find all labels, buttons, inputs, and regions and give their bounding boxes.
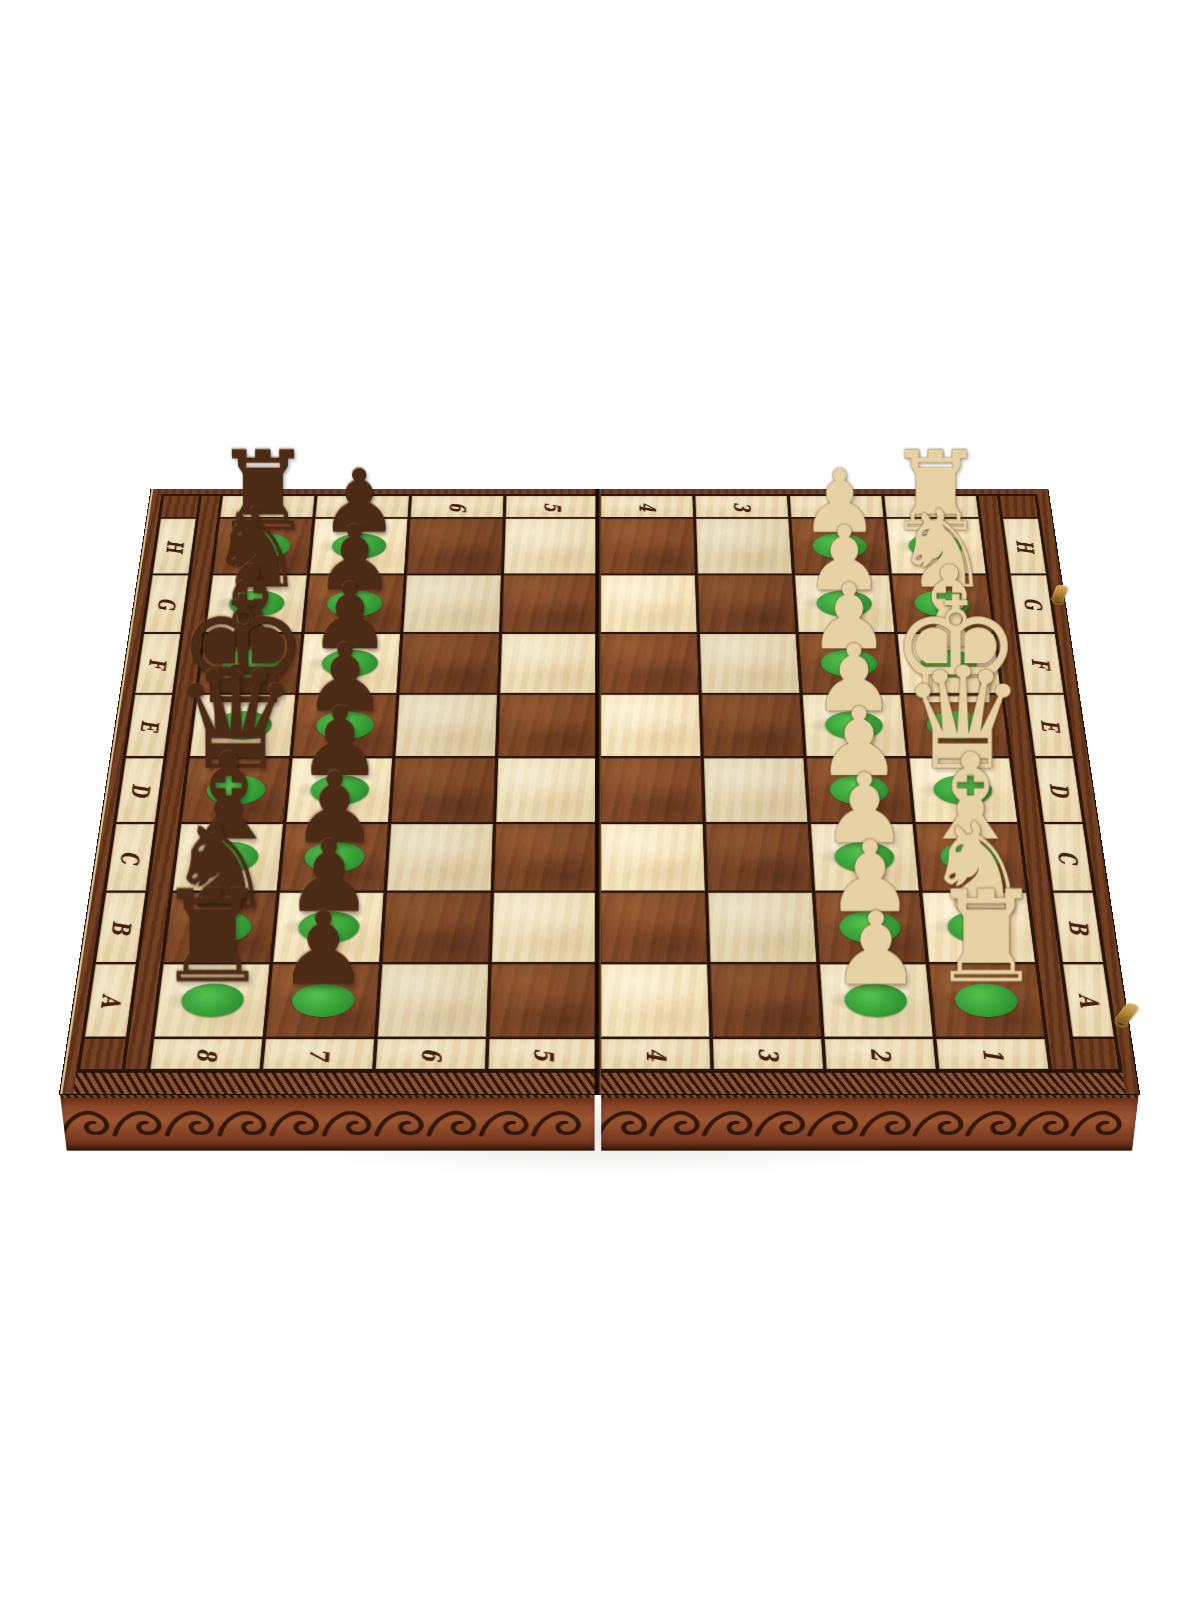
file-label-right-H-text: H	[1010, 540, 1039, 552]
piece-white-rook-a1[interactable]: ♜	[911, 874, 1061, 1001]
file-label-right-B-text: B	[1062, 920, 1094, 934]
rank-label-far-2-text: 2	[823, 502, 850, 511]
rank-label-near-2-text: 2	[864, 1048, 897, 1060]
file-label-left-A: A	[85, 964, 136, 1036]
square-d4[interactable]	[601, 758, 703, 822]
rank-label-far-6-text: 6	[444, 502, 471, 511]
file-label-left-B-text: B	[105, 920, 137, 934]
rank-label-near-6-text: 6	[415, 1048, 447, 1060]
file-label-left-D-text: D	[125, 783, 156, 796]
square-g4[interactable]	[601, 575, 697, 632]
file-label-left-C-text: C	[115, 851, 147, 864]
rank-label-near-5: 5	[488, 1039, 597, 1069]
rank-label-near-7-text: 7	[303, 1048, 336, 1060]
piece-black-pawn-a7[interactable]: ♟	[248, 899, 398, 1000]
rank-label-near-4: 4	[601, 1039, 710, 1069]
rank-label-far-5: 5	[506, 496, 598, 517]
square-a5[interactable]	[489, 964, 597, 1036]
product-photo-scene: HHGGFFEEDDCCBBAA8877665544332211♜♟♟♜♞♟♟♞…	[0, 0, 1200, 1600]
square-e5[interactable]	[498, 695, 598, 756]
square-d5[interactable]	[496, 758, 598, 822]
square-a4[interactable]	[601, 964, 709, 1036]
board-perspective-wrap: HHGGFFEEDDCCBBAA8877665544332211♜♟♟♜♞♟♟♞…	[110, 287, 1089, 1240]
square-c4[interactable]	[601, 824, 705, 891]
rank-label-near-3-text: 3	[752, 1048, 784, 1060]
square-b5[interactable]	[492, 893, 598, 962]
square-f5[interactable]	[500, 634, 598, 693]
rank-label-near-5-text: 5	[527, 1048, 559, 1060]
front-panel-right	[601, 1094, 1139, 1151]
square-c5[interactable]	[494, 824, 598, 891]
square-g5[interactable]	[502, 575, 598, 632]
rank-label-near-8: 8	[150, 1039, 262, 1069]
rank-label-far-4: 4	[601, 496, 693, 517]
rank-label-near-3: 3	[713, 1039, 823, 1069]
file-label-right-A: A	[1063, 964, 1114, 1036]
file-label-left-H-text: H	[160, 540, 189, 552]
square-h4[interactable]	[601, 519, 695, 574]
file-label-left-E-text: E	[134, 720, 164, 731]
rank-label-near-1-text: 1	[976, 1048, 1009, 1060]
file-label-right-A-text: A	[1072, 993, 1105, 1006]
square-f4[interactable]	[601, 634, 699, 693]
rank-label-near-8-text: 8	[190, 1048, 223, 1060]
square-b4[interactable]	[601, 893, 707, 962]
corner-near-left	[80, 1039, 126, 1069]
box-front-face	[60, 1094, 1139, 1151]
rank-label-far-7-text: 7	[349, 502, 376, 511]
black-pawn-glyph: ♟	[248, 899, 398, 1000]
rank-label-far-1-text: 1	[918, 502, 946, 511]
square-e4[interactable]	[601, 695, 701, 756]
spiral-band-right	[601, 1096, 1139, 1150]
rank-label-far-8-text: 8	[254, 502, 282, 511]
board-surface: HHGGFFEEDDCCBBAA8877665544332211♜♟♟♜♞♟♟♞…	[60, 489, 1139, 1094]
rank-label-far-4-text: 4	[634, 502, 661, 511]
rank-label-near-6: 6	[376, 1039, 486, 1069]
rank-label-near-1: 1	[936, 1039, 1048, 1069]
rank-label-near-4-text: 4	[640, 1048, 672, 1060]
corner-near-right	[1073, 1039, 1119, 1069]
front-panel-left	[60, 1094, 595, 1151]
white-rook-glyph: ♜	[911, 874, 1061, 1001]
file-label-left-A-text: A	[94, 993, 127, 1006]
rank-label-far-3-text: 3	[728, 502, 755, 511]
square-h5[interactable]	[504, 519, 598, 574]
file-label-left-G-text: G	[152, 598, 181, 610]
file-label-right-E-text: E	[1035, 720, 1065, 731]
rank-label-near-2: 2	[825, 1039, 936, 1069]
rank-label-far-5-text: 5	[539, 502, 566, 511]
spiral-band-left	[60, 1096, 594, 1150]
file-label-right-D-text: D	[1043, 783, 1074, 796]
file-label-right-C-text: C	[1052, 851, 1084, 864]
rank-label-near-7: 7	[263, 1039, 374, 1069]
file-label-right-G-text: G	[1018, 598, 1047, 610]
